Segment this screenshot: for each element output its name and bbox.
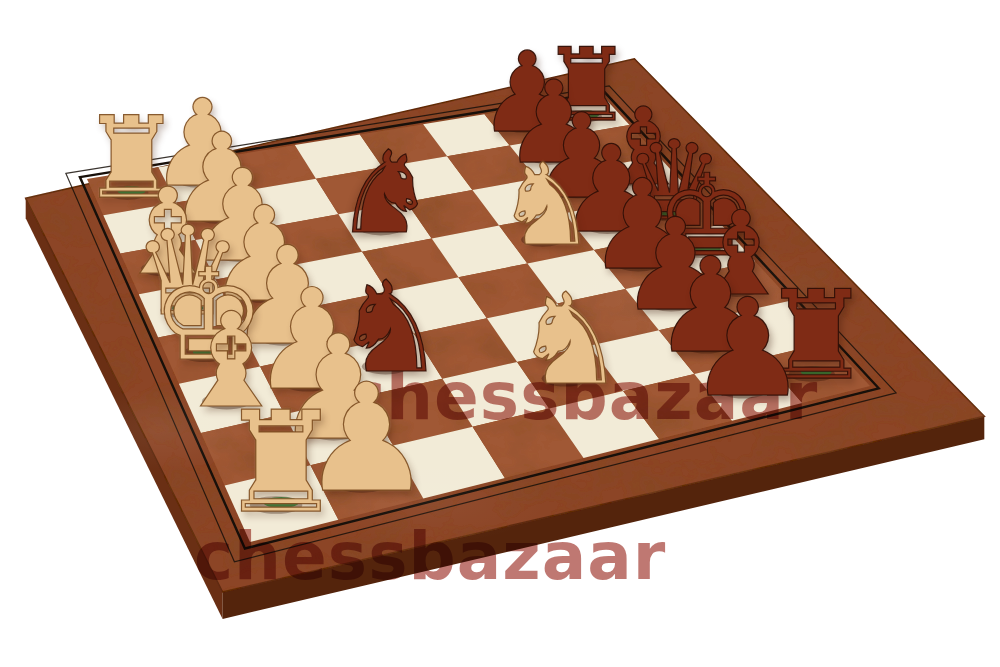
felt-base (193, 347, 225, 357)
felt-base (693, 245, 721, 254)
felt-base (727, 283, 756, 292)
felt-base (597, 221, 625, 230)
chessboard-product-photo: chessbazaar chessbazaar ♜♟♟♝♟♟♜♛♟♟♞♞♚♟♟♝… (0, 0, 1000, 667)
felt-base (541, 152, 567, 160)
felt-base (630, 174, 657, 183)
felt-base (374, 359, 406, 369)
felt-base (695, 339, 725, 349)
felt-base (249, 288, 279, 298)
felt-base (272, 331, 303, 341)
chessboard (0, 0, 1000, 667)
felt-base (215, 394, 248, 405)
felt-base (153, 262, 183, 272)
felt-base (568, 185, 595, 194)
felt-base (117, 186, 145, 195)
felt-base (349, 476, 383, 487)
felt-base (264, 497, 299, 508)
felt-base (172, 303, 203, 313)
felt-base (532, 233, 560, 242)
felt-base (628, 258, 657, 267)
felt-base (322, 424, 355, 435)
felt-base (514, 120, 540, 128)
felt-base (554, 371, 585, 381)
felt-base (189, 174, 217, 183)
felt-base (228, 248, 257, 257)
felt-base (661, 297, 691, 306)
felt-base (371, 222, 399, 231)
gloss-highlight (310, 455, 550, 545)
felt-base (208, 210, 237, 219)
felt-base (296, 376, 328, 386)
felt-base (574, 111, 599, 119)
felt-base (661, 208, 688, 217)
felt-base (801, 367, 832, 377)
felt-base (732, 384, 763, 394)
